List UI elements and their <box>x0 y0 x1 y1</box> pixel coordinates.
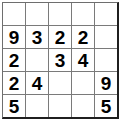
cell-r4c5[interactable]: 9 <box>95 72 117 94</box>
cell-r2c3[interactable]: 2 <box>49 26 71 48</box>
cell-r1c4[interactable] <box>72 3 94 25</box>
cell-r3c1[interactable]: 2 <box>3 49 25 71</box>
cell-r4c4[interactable] <box>72 72 94 94</box>
cell-r5c1[interactable]: 5 <box>3 95 25 117</box>
cell-r4c2[interactable]: 4 <box>26 72 48 94</box>
cell-r2c4[interactable]: 2 <box>72 26 94 48</box>
cell-r4c1[interactable]: 2 <box>3 72 25 94</box>
cell-r1c2[interactable] <box>26 3 48 25</box>
cell-r3c3[interactable]: 3 <box>49 49 71 71</box>
cell-r2c1[interactable]: 9 <box>3 26 25 48</box>
puzzle-board: 932223424955 <box>2 2 119 119</box>
cell-r1c3[interactable] <box>49 3 71 25</box>
cell-r2c5[interactable] <box>95 26 117 48</box>
cell-r5c2[interactable] <box>26 95 48 117</box>
cell-r3c4[interactable]: 4 <box>72 49 94 71</box>
cell-r4c3[interactable] <box>49 72 71 94</box>
cell-r3c5[interactable] <box>95 49 117 71</box>
cell-r2c2[interactable]: 3 <box>26 26 48 48</box>
cell-r3c2[interactable] <box>26 49 48 71</box>
cell-r5c4[interactable] <box>72 95 94 117</box>
cell-r5c5[interactable]: 5 <box>95 95 117 117</box>
cell-r1c1[interactable] <box>3 3 25 25</box>
cell-r1c5[interactable] <box>95 3 117 25</box>
cell-r5c3[interactable] <box>49 95 71 117</box>
